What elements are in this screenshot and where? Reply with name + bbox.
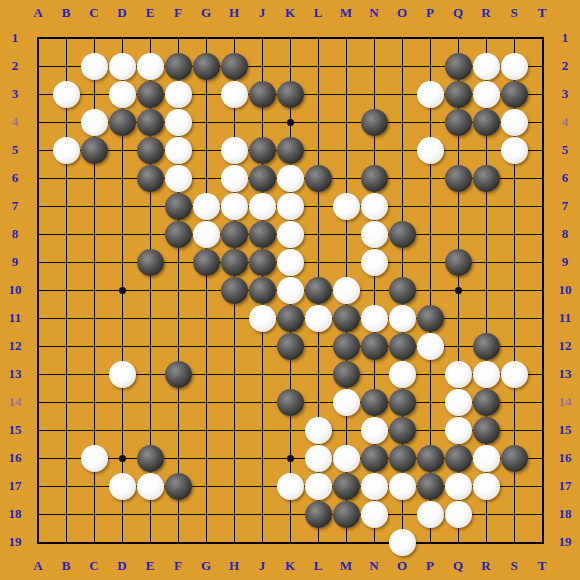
- row-label-left-7: 7: [0, 198, 30, 214]
- col-label-top-C: C: [85, 5, 103, 21]
- row-label-left-11: 11: [0, 310, 30, 326]
- black-stone-F8: [165, 221, 192, 248]
- row-label-right-11: 11: [550, 310, 580, 326]
- white-stone-F4: [165, 109, 192, 136]
- black-stone-L6: [305, 165, 332, 192]
- black-stone-F2: [165, 53, 192, 80]
- black-stone-G9: [193, 249, 220, 276]
- black-stone-M17: [333, 473, 360, 500]
- white-stone-Q15: [445, 417, 472, 444]
- col-label-top-N: N: [365, 5, 383, 21]
- black-stone-J5: [249, 137, 276, 164]
- white-stone-R2: [473, 53, 500, 80]
- white-stone-N7: [361, 193, 388, 220]
- hoshi-D16: [119, 455, 126, 462]
- row-label-right-3: 3: [550, 86, 580, 102]
- black-stone-H8: [221, 221, 248, 248]
- black-stone-E5: [137, 137, 164, 164]
- col-label-bottom-P: P: [421, 558, 439, 574]
- black-stone-K11: [277, 305, 304, 332]
- go-board[interactable]: AA11BB22CC33DD44EE55FF66GG77HH88JJ99KK10…: [0, 0, 580, 580]
- col-label-top-R: R: [477, 5, 495, 21]
- black-stone-G2: [193, 53, 220, 80]
- white-stone-H6: [221, 165, 248, 192]
- row-label-left-4: 4: [0, 114, 30, 130]
- hoshi-K16: [287, 455, 294, 462]
- black-stone-E3: [137, 81, 164, 108]
- row-label-right-1: 1: [550, 30, 580, 46]
- white-stone-M14: [333, 389, 360, 416]
- black-stone-J8: [249, 221, 276, 248]
- black-stone-N14: [361, 389, 388, 416]
- col-label-bottom-N: N: [365, 558, 383, 574]
- col-label-bottom-F: F: [169, 558, 187, 574]
- col-label-bottom-R: R: [477, 558, 495, 574]
- col-label-top-P: P: [421, 5, 439, 21]
- black-stone-H2: [221, 53, 248, 80]
- row-label-left-10: 10: [0, 282, 30, 298]
- black-stone-L18: [305, 501, 332, 528]
- white-stone-D13: [109, 361, 136, 388]
- hoshi-K4: [287, 119, 294, 126]
- col-label-bottom-T: T: [533, 558, 551, 574]
- col-label-bottom-A: A: [29, 558, 47, 574]
- row-label-left-14: 14: [0, 394, 30, 410]
- white-stone-K7: [277, 193, 304, 220]
- col-label-bottom-M: M: [337, 558, 355, 574]
- col-label-top-O: O: [393, 5, 411, 21]
- white-stone-G7: [193, 193, 220, 220]
- col-label-top-J: J: [253, 5, 271, 21]
- black-stone-R12: [473, 333, 500, 360]
- black-stone-M13: [333, 361, 360, 388]
- black-stone-O8: [389, 221, 416, 248]
- white-stone-E2: [137, 53, 164, 80]
- black-stone-Q4: [445, 109, 472, 136]
- hoshi-D10: [119, 287, 126, 294]
- black-stone-P16: [417, 445, 444, 472]
- white-stone-N18: [361, 501, 388, 528]
- col-label-top-M: M: [337, 5, 355, 21]
- black-stone-E9: [137, 249, 164, 276]
- row-label-right-19: 19: [550, 534, 580, 550]
- white-stone-H3: [221, 81, 248, 108]
- row-label-left-8: 8: [0, 226, 30, 242]
- col-label-bottom-L: L: [309, 558, 327, 574]
- col-label-top-G: G: [197, 5, 215, 21]
- white-stone-M7: [333, 193, 360, 220]
- row-label-right-4: 4: [550, 114, 580, 130]
- black-stone-R14: [473, 389, 500, 416]
- col-label-top-H: H: [225, 5, 243, 21]
- col-label-bottom-K: K: [281, 558, 299, 574]
- row-label-right-12: 12: [550, 338, 580, 354]
- white-stone-Q13: [445, 361, 472, 388]
- black-stone-E4: [137, 109, 164, 136]
- white-stone-B3: [53, 81, 80, 108]
- white-stone-D2: [109, 53, 136, 80]
- black-stone-M12: [333, 333, 360, 360]
- black-stone-N4: [361, 109, 388, 136]
- white-stone-D3: [109, 81, 136, 108]
- white-stone-B5: [53, 137, 80, 164]
- white-stone-E17: [137, 473, 164, 500]
- col-label-top-L: L: [309, 5, 327, 21]
- black-stone-P17: [417, 473, 444, 500]
- row-label-left-1: 1: [0, 30, 30, 46]
- white-stone-D17: [109, 473, 136, 500]
- row-label-right-14: 14: [550, 394, 580, 410]
- row-label-left-3: 3: [0, 86, 30, 102]
- white-stone-K9: [277, 249, 304, 276]
- black-stone-J3: [249, 81, 276, 108]
- col-label-bottom-J: J: [253, 558, 271, 574]
- white-stone-L15: [305, 417, 332, 444]
- black-stone-K3: [277, 81, 304, 108]
- col-label-top-S: S: [505, 5, 523, 21]
- black-stone-Q9: [445, 249, 472, 276]
- black-stone-J9: [249, 249, 276, 276]
- black-stone-F17: [165, 473, 192, 500]
- black-stone-K12: [277, 333, 304, 360]
- white-stone-K8: [277, 221, 304, 248]
- black-stone-R4: [473, 109, 500, 136]
- black-stone-O16: [389, 445, 416, 472]
- black-stone-Q6: [445, 165, 472, 192]
- row-label-left-6: 6: [0, 170, 30, 186]
- black-stone-Q2: [445, 53, 472, 80]
- white-stone-C4: [81, 109, 108, 136]
- col-label-bottom-O: O: [393, 558, 411, 574]
- white-stone-R17: [473, 473, 500, 500]
- white-stone-K6: [277, 165, 304, 192]
- row-label-right-18: 18: [550, 506, 580, 522]
- black-stone-Q16: [445, 445, 472, 472]
- white-stone-Q17: [445, 473, 472, 500]
- row-label-left-9: 9: [0, 254, 30, 270]
- row-label-right-16: 16: [550, 450, 580, 466]
- white-stone-N8: [361, 221, 388, 248]
- black-stone-N12: [361, 333, 388, 360]
- black-stone-E16: [137, 445, 164, 472]
- white-stone-S2: [501, 53, 528, 80]
- white-stone-R3: [473, 81, 500, 108]
- white-stone-G8: [193, 221, 220, 248]
- black-stone-H9: [221, 249, 248, 276]
- white-stone-P12: [417, 333, 444, 360]
- col-label-top-T: T: [533, 5, 551, 21]
- row-label-right-9: 9: [550, 254, 580, 270]
- black-stone-J6: [249, 165, 276, 192]
- row-label-right-15: 15: [550, 422, 580, 438]
- white-stone-L11: [305, 305, 332, 332]
- col-label-top-E: E: [141, 5, 159, 21]
- row-label-right-5: 5: [550, 142, 580, 158]
- col-label-bottom-G: G: [197, 558, 215, 574]
- black-stone-O15: [389, 417, 416, 444]
- white-stone-O19: [389, 529, 416, 556]
- white-stone-P18: [417, 501, 444, 528]
- row-label-left-15: 15: [0, 422, 30, 438]
- row-label-left-13: 13: [0, 366, 30, 382]
- col-label-top-A: A: [29, 5, 47, 21]
- black-stone-M11: [333, 305, 360, 332]
- black-stone-N16: [361, 445, 388, 472]
- white-stone-N15: [361, 417, 388, 444]
- white-stone-K10: [277, 277, 304, 304]
- white-stone-F5: [165, 137, 192, 164]
- white-stone-O11: [389, 305, 416, 332]
- black-stone-F7: [165, 193, 192, 220]
- row-label-left-5: 5: [0, 142, 30, 158]
- row-label-right-2: 2: [550, 58, 580, 74]
- black-stone-F13: [165, 361, 192, 388]
- col-label-bottom-D: D: [113, 558, 131, 574]
- white-stone-Q14: [445, 389, 472, 416]
- white-stone-O13: [389, 361, 416, 388]
- col-label-top-B: B: [57, 5, 75, 21]
- black-stone-R6: [473, 165, 500, 192]
- black-stone-K14: [277, 389, 304, 416]
- white-stone-F6: [165, 165, 192, 192]
- row-label-left-18: 18: [0, 506, 30, 522]
- row-label-left-2: 2: [0, 58, 30, 74]
- black-stone-S16: [501, 445, 528, 472]
- col-label-top-Q: Q: [449, 5, 467, 21]
- white-stone-S5: [501, 137, 528, 164]
- row-label-left-12: 12: [0, 338, 30, 354]
- white-stone-H7: [221, 193, 248, 220]
- black-stone-K5: [277, 137, 304, 164]
- col-label-bottom-B: B: [57, 558, 75, 574]
- col-label-bottom-Q: Q: [449, 558, 467, 574]
- row-label-right-13: 13: [550, 366, 580, 382]
- black-stone-E6: [137, 165, 164, 192]
- row-label-right-10: 10: [550, 282, 580, 298]
- white-stone-N11: [361, 305, 388, 332]
- col-label-top-D: D: [113, 5, 131, 21]
- black-stone-Q3: [445, 81, 472, 108]
- black-stone-O10: [389, 277, 416, 304]
- white-stone-M10: [333, 277, 360, 304]
- white-stone-L16: [305, 445, 332, 472]
- black-stone-L10: [305, 277, 332, 304]
- col-label-bottom-C: C: [85, 558, 103, 574]
- white-stone-M16: [333, 445, 360, 472]
- white-stone-J11: [249, 305, 276, 332]
- white-stone-C2: [81, 53, 108, 80]
- col-label-bottom-E: E: [141, 558, 159, 574]
- white-stone-F3: [165, 81, 192, 108]
- white-stone-P5: [417, 137, 444, 164]
- col-label-top-K: K: [281, 5, 299, 21]
- white-stone-O17: [389, 473, 416, 500]
- black-stone-O12: [389, 333, 416, 360]
- black-stone-H10: [221, 277, 248, 304]
- row-label-right-6: 6: [550, 170, 580, 186]
- black-stone-R15: [473, 417, 500, 444]
- row-label-left-17: 17: [0, 478, 30, 494]
- hoshi-Q10: [455, 287, 462, 294]
- row-label-right-8: 8: [550, 226, 580, 242]
- white-stone-N17: [361, 473, 388, 500]
- col-label-bottom-H: H: [225, 558, 243, 574]
- white-stone-J7: [249, 193, 276, 220]
- row-label-left-19: 19: [0, 534, 30, 550]
- white-stone-S4: [501, 109, 528, 136]
- white-stone-S13: [501, 361, 528, 388]
- white-stone-L17: [305, 473, 332, 500]
- white-stone-R16: [473, 445, 500, 472]
- white-stone-R13: [473, 361, 500, 388]
- white-stone-P3: [417, 81, 444, 108]
- black-stone-P11: [417, 305, 444, 332]
- black-stone-O14: [389, 389, 416, 416]
- black-stone-N6: [361, 165, 388, 192]
- black-stone-S3: [501, 81, 528, 108]
- black-stone-M18: [333, 501, 360, 528]
- white-stone-H5: [221, 137, 248, 164]
- col-label-top-F: F: [169, 5, 187, 21]
- col-label-bottom-S: S: [505, 558, 523, 574]
- row-label-left-16: 16: [0, 450, 30, 466]
- white-stone-Q18: [445, 501, 472, 528]
- row-label-right-7: 7: [550, 198, 580, 214]
- black-stone-C5: [81, 137, 108, 164]
- white-stone-N9: [361, 249, 388, 276]
- white-stone-K17: [277, 473, 304, 500]
- white-stone-C16: [81, 445, 108, 472]
- row-label-right-17: 17: [550, 478, 580, 494]
- black-stone-D4: [109, 109, 136, 136]
- black-stone-J10: [249, 277, 276, 304]
